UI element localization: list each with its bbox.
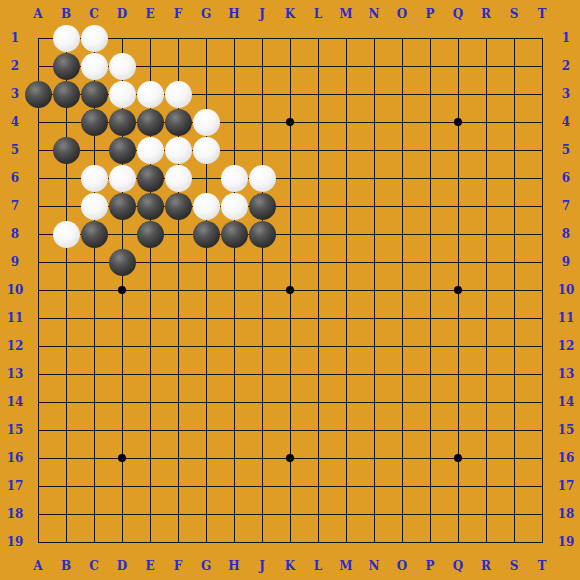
stone-white-c6	[81, 165, 108, 192]
stone-black-b5	[53, 137, 80, 164]
stone-white-g7	[193, 193, 220, 220]
column-label-top-D: D	[108, 6, 136, 22]
stone-black-d7	[109, 193, 136, 220]
stone-black-d5	[109, 137, 136, 164]
row-label-right-13: 13	[551, 366, 580, 382]
column-label-bottom-J: J	[248, 558, 276, 574]
row-label-right-5: 5	[551, 142, 580, 158]
column-label-top-R: R	[472, 6, 500, 22]
row-label-right-12: 12	[551, 338, 580, 354]
stone-white-g5	[193, 137, 220, 164]
row-label-left-17: 17	[0, 478, 30, 494]
row-label-left-6: 6	[0, 170, 30, 186]
stone-white-d6	[109, 165, 136, 192]
stone-black-d4	[109, 109, 136, 136]
column-label-top-C: C	[80, 6, 108, 22]
row-label-left-7: 7	[0, 198, 30, 214]
column-label-bottom-D: D	[108, 558, 136, 574]
column-label-top-O: O	[388, 6, 416, 22]
row-label-right-3: 3	[551, 86, 580, 102]
row-label-right-17: 17	[551, 478, 580, 494]
row-label-right-4: 4	[551, 114, 580, 130]
star-point-k10	[286, 286, 294, 294]
column-label-bottom-G: G	[192, 558, 220, 574]
stone-white-e5	[137, 137, 164, 164]
row-label-right-10: 10	[551, 282, 580, 298]
row-label-left-8: 8	[0, 226, 30, 242]
stone-white-h6	[221, 165, 248, 192]
row-label-right-15: 15	[551, 422, 580, 438]
stone-white-j6	[249, 165, 276, 192]
column-label-top-K: K	[276, 6, 304, 22]
row-label-left-9: 9	[0, 254, 30, 270]
row-label-right-9: 9	[551, 254, 580, 270]
column-label-bottom-B: B	[52, 558, 80, 574]
stone-black-e7	[137, 193, 164, 220]
row-label-right-7: 7	[551, 198, 580, 214]
stone-black-c4	[81, 109, 108, 136]
stone-white-h7	[221, 193, 248, 220]
star-point-k4	[286, 118, 294, 126]
row-label-left-16: 16	[0, 450, 30, 466]
column-label-top-E: E	[136, 6, 164, 22]
row-label-left-19: 19	[0, 534, 30, 550]
column-label-bottom-M: M	[332, 558, 360, 574]
stone-black-c3	[81, 81, 108, 108]
row-label-left-10: 10	[0, 282, 30, 298]
column-label-bottom-T: T	[528, 558, 556, 574]
column-label-top-S: S	[500, 6, 528, 22]
column-label-top-F: F	[164, 6, 192, 22]
stone-black-h8	[221, 221, 248, 248]
row-label-right-8: 8	[551, 226, 580, 242]
column-label-top-G: G	[192, 6, 220, 22]
stone-white-f3	[165, 81, 192, 108]
column-label-bottom-C: C	[80, 558, 108, 574]
stone-white-f5	[165, 137, 192, 164]
row-label-left-18: 18	[0, 506, 30, 522]
stone-black-f7	[165, 193, 192, 220]
column-label-bottom-K: K	[276, 558, 304, 574]
stone-white-f6	[165, 165, 192, 192]
column-label-top-M: M	[332, 6, 360, 22]
stone-black-g8	[193, 221, 220, 248]
stone-black-b3	[53, 81, 80, 108]
column-label-top-P: P	[416, 6, 444, 22]
stone-black-c8	[81, 221, 108, 248]
stone-black-j8	[249, 221, 276, 248]
row-label-left-4: 4	[0, 114, 30, 130]
stone-white-c2	[81, 53, 108, 80]
stone-black-e4	[137, 109, 164, 136]
row-label-left-12: 12	[0, 338, 30, 354]
stone-black-e6	[137, 165, 164, 192]
stone-black-d9	[109, 249, 136, 276]
star-point-q16	[454, 454, 462, 462]
stone-black-f4	[165, 109, 192, 136]
stone-white-e3	[137, 81, 164, 108]
column-label-top-J: J	[248, 6, 276, 22]
column-label-bottom-O: O	[388, 558, 416, 574]
column-label-bottom-A: A	[24, 558, 52, 574]
row-label-left-1: 1	[0, 30, 30, 46]
row-label-right-6: 6	[551, 170, 580, 186]
column-label-top-L: L	[304, 6, 332, 22]
column-label-top-T: T	[528, 6, 556, 22]
star-point-d10	[118, 286, 126, 294]
stone-white-g4	[193, 109, 220, 136]
star-point-q4	[454, 118, 462, 126]
row-label-right-14: 14	[551, 394, 580, 410]
column-label-bottom-F: F	[164, 558, 192, 574]
row-label-right-16: 16	[551, 450, 580, 466]
column-label-bottom-P: P	[416, 558, 444, 574]
row-label-right-2: 2	[551, 58, 580, 74]
row-label-left-5: 5	[0, 142, 30, 158]
column-label-top-B: B	[52, 6, 80, 22]
column-label-top-N: N	[360, 6, 388, 22]
row-label-right-18: 18	[551, 506, 580, 522]
row-label-right-11: 11	[551, 310, 580, 326]
row-label-left-13: 13	[0, 366, 30, 382]
row-label-right-1: 1	[551, 30, 580, 46]
stone-white-c7	[81, 193, 108, 220]
stone-white-d3	[109, 81, 136, 108]
go-board[interactable]: AABBCCDDEEFFGGHHJJKKLLMMNNOOPPQQRRSSTT11…	[0, 0, 580, 580]
stone-white-b1	[53, 25, 80, 52]
star-point-q10	[454, 286, 462, 294]
stone-black-j7	[249, 193, 276, 220]
column-label-bottom-S: S	[500, 558, 528, 574]
stone-black-e8	[137, 221, 164, 248]
column-label-bottom-H: H	[220, 558, 248, 574]
stone-white-c1	[81, 25, 108, 52]
column-label-top-A: A	[24, 6, 52, 22]
column-label-bottom-L: L	[304, 558, 332, 574]
row-label-left-14: 14	[0, 394, 30, 410]
column-label-top-Q: Q	[444, 6, 472, 22]
row-label-left-2: 2	[0, 58, 30, 74]
row-label-right-19: 19	[551, 534, 580, 550]
column-label-top-H: H	[220, 6, 248, 22]
star-point-k16	[286, 454, 294, 462]
column-label-bottom-R: R	[472, 558, 500, 574]
column-label-bottom-N: N	[360, 558, 388, 574]
stone-black-b2	[53, 53, 80, 80]
column-label-bottom-E: E	[136, 558, 164, 574]
stone-black-a3	[25, 81, 52, 108]
star-point-d16	[118, 454, 126, 462]
stone-white-d2	[109, 53, 136, 80]
stone-white-b8	[53, 221, 80, 248]
row-label-left-11: 11	[0, 310, 30, 326]
row-label-left-15: 15	[0, 422, 30, 438]
column-label-bottom-Q: Q	[444, 558, 472, 574]
